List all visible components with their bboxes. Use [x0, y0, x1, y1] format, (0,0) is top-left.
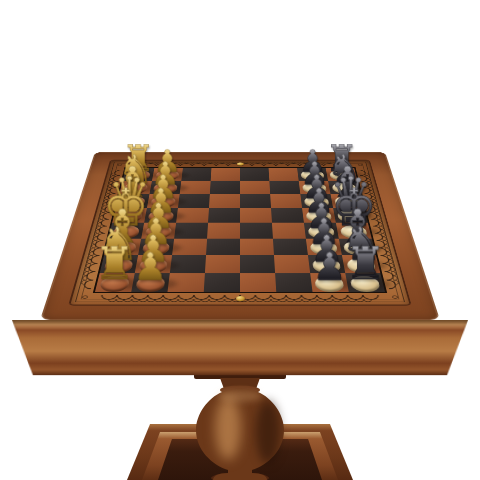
- board-square: [240, 194, 271, 208]
- board-square: [138, 238, 174, 255]
- board-square: [108, 223, 144, 239]
- board-square: [272, 223, 306, 239]
- board-square: [141, 223, 176, 239]
- table-top-perspective: ♜♟♟♜♞♟♟♞♝♟♟♝♛♟♟♛♚♟♟♚♝♟♟♝♞♟♟♞♜♟♟♜: [0, 0, 480, 480]
- board-square: [210, 180, 240, 193]
- board-square: [240, 238, 274, 255]
- board-square: [119, 180, 152, 193]
- chess-board: [95, 168, 385, 292]
- board-square: [275, 273, 312, 292]
- board-square: [144, 208, 178, 223]
- board-square: [336, 223, 372, 239]
- board-square: [306, 238, 342, 255]
- board-square: [181, 168, 211, 181]
- board-square: [100, 255, 138, 273]
- board-square: [174, 223, 208, 239]
- board-square: [206, 238, 240, 255]
- board-square: [310, 273, 349, 292]
- board-square: [300, 194, 333, 208]
- board-square: [147, 194, 180, 208]
- board-square: [207, 223, 240, 239]
- board-square: [308, 255, 345, 273]
- board-square: [240, 168, 269, 181]
- board-square: [302, 208, 336, 223]
- table-edge-molding: [12, 320, 468, 375]
- board-square: [240, 180, 270, 193]
- board-square: [135, 255, 172, 273]
- board-square: [330, 194, 364, 208]
- board-square: [271, 208, 304, 223]
- board-square: [269, 180, 300, 193]
- board-square: [345, 273, 385, 292]
- board-square: [95, 273, 135, 292]
- board-square: [204, 273, 240, 292]
- brass-stud-top: [237, 162, 244, 165]
- board-square: [208, 208, 240, 223]
- board-square: [304, 223, 339, 239]
- board-square: [273, 238, 308, 255]
- board-square: [172, 238, 207, 255]
- board-square: [205, 255, 240, 273]
- board-square: [150, 180, 182, 193]
- board-square: [297, 168, 328, 181]
- board-square: [270, 194, 302, 208]
- board-square: [131, 273, 170, 292]
- board-square: [240, 208, 272, 223]
- brass-stud-bottom: [236, 296, 245, 301]
- board-square: [178, 194, 210, 208]
- board-square: [152, 168, 183, 181]
- board-square: [112, 208, 147, 223]
- board-square: [339, 238, 376, 255]
- board-square: [269, 168, 299, 181]
- board-square: [209, 194, 240, 208]
- chess-table-photo: ♜♟♟♜♞♟♟♞♝♟♟♝♛♟♟♛♚♟♟♚♝♟♟♝♞♟♟♞♜♟♟♜: [0, 0, 480, 480]
- board-square: [104, 238, 141, 255]
- leather-board-surface: [70, 160, 409, 304]
- board-square: [240, 273, 276, 292]
- board-square: [211, 168, 240, 181]
- board-square: [176, 208, 209, 223]
- board-square: [167, 273, 204, 292]
- board-square: [342, 255, 380, 273]
- board-square: [299, 180, 331, 193]
- board-square: [240, 223, 273, 239]
- table-top: ♜♟♟♜♞♟♟♞♝♟♟♝♛♟♟♛♚♟♟♚♝♟♟♝♞♟♟♞♜♟♟♜: [40, 152, 440, 320]
- board-square: [170, 255, 206, 273]
- board-square: [333, 208, 368, 223]
- board-square: [240, 255, 275, 273]
- board-square: [116, 194, 150, 208]
- board-square: [180, 180, 211, 193]
- board-square: [274, 255, 310, 273]
- board-square: [326, 168, 358, 181]
- board-square: [123, 168, 155, 181]
- board-square: [328, 180, 361, 193]
